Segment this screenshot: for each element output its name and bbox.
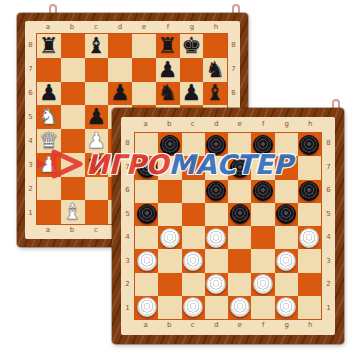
checker-black-man-a7[interactable] [137,158,157,178]
checkers-square-a6[interactable] [135,180,158,203]
chess-square-a2[interactable] [37,177,61,201]
checkers-file-labels-top: abcdefgh [134,119,322,130]
chess-piece-black-knight-h7[interactable]: ♞ [205,59,225,81]
checkers-square-e4[interactable] [228,226,251,249]
checkers-square-e8[interactable] [228,133,251,156]
checkers-square-d7[interactable] [205,156,228,179]
chess-piece-black-pawn-a6[interactable]: ♟ [39,82,59,104]
rank-label: 7 [323,156,334,180]
checker-black-man-e7[interactable] [230,158,250,178]
checkers-square-g1[interactable] [275,296,298,319]
checker-black-man-f6[interactable] [253,181,273,201]
chess-square-h7[interactable]: ♞ [203,58,227,82]
checkers-grid [134,132,322,320]
chess-square-c6[interactable] [85,82,109,106]
file-label: f [252,121,276,128]
rank-label: 7 [229,57,238,81]
checkers-square-h6[interactable] [298,180,321,203]
chess-square-e8[interactable] [132,34,156,58]
checkers-square-e3[interactable] [228,249,251,272]
file-label: c [181,121,205,128]
checkers-square-g8[interactable] [275,133,298,156]
checkers-square-f3[interactable] [251,249,274,272]
checkers-square-a3[interactable] [135,249,158,272]
checkers-square-f7[interactable] [251,156,274,179]
chess-piece-black-knight-f6[interactable]: ♞ [158,82,178,104]
checkers-square-f5[interactable] [251,203,274,226]
checker-black-man-b8[interactable] [160,135,180,155]
checker-white-man-b4[interactable] [160,228,180,248]
checkers-square-f8[interactable] [251,133,274,156]
chess-square-d8[interactable] [108,34,132,58]
checkers-rank-labels-left: 87654321 [122,132,133,320]
checkers-square-h3[interactable] [298,249,321,272]
checkers-hanging-hook-icon [332,99,340,108]
file-label: g [275,121,299,128]
checkers-square-h2[interactable] [298,273,321,296]
rank-label: 3 [323,250,334,274]
checker-white-man-a1[interactable] [137,297,157,317]
file-label: f [156,24,180,31]
checkers-square-b6[interactable] [158,180,181,203]
checkers-square-d4[interactable] [205,226,228,249]
file-label: a [134,121,158,128]
rank-label: 6 [26,81,35,105]
rank-label: 6 [323,179,334,203]
rank-label: 1 [122,297,133,321]
checkers-square-d3[interactable] [205,249,228,272]
file-label: g [275,322,299,332]
file-label: a [134,322,158,332]
rank-label: 1 [323,297,334,321]
checker-black-man-d8[interactable] [206,135,226,155]
rank-label: 8 [26,33,35,57]
file-label: b [60,24,84,31]
checkers-square-h1[interactable] [298,296,321,319]
chess-square-a3[interactable]: ♟ [37,153,61,177]
checkers-square-d1[interactable] [205,296,228,319]
file-label: a [36,227,60,237]
rank-label: 2 [122,273,133,297]
chess-square-h6[interactable]: ♝ [203,82,227,106]
rank-label: 8 [229,33,238,57]
chess-square-f7[interactable]: ♟ [156,58,180,82]
chess-square-c2[interactable] [85,177,109,201]
chess-piece-black-rook-f8[interactable]: ♜ [158,35,178,57]
file-label: b [60,227,84,237]
rank-label: 4 [323,226,334,250]
chess-square-f8[interactable]: ♜ [156,34,180,58]
checkers-square-c7[interactable] [182,156,205,179]
checker-white-man-d4[interactable] [206,228,226,248]
checkers-square-e5[interactable] [228,203,251,226]
file-label: d [108,24,132,31]
file-label: a [36,24,60,31]
rank-label: 7 [26,57,35,81]
checkers-rank-labels-right: 87654321 [323,132,334,320]
chess-square-a5[interactable]: ♞ [37,105,61,129]
checker-black-man-h6[interactable] [299,181,319,201]
chess-square-b8[interactable] [61,34,85,58]
rank-label: 2 [323,273,334,297]
checkers-square-d5[interactable] [205,203,228,226]
checker-white-man-d2[interactable] [206,274,226,294]
chess-piece-black-king-g8[interactable]: ♚ [182,35,202,57]
checker-white-man-c3[interactable] [183,251,203,271]
checkers-square-c8[interactable] [182,133,205,156]
rank-label: 3 [26,153,35,177]
chess-square-a8[interactable]: ♜ [37,34,61,58]
file-label: b [158,121,182,128]
chess-piece-black-pawn-d6[interactable]: ♟ [110,82,130,104]
checkers-square-f4[interactable] [251,226,274,249]
rank-label: 4 [26,129,35,153]
chess-square-c3[interactable]: ♛ [85,153,109,177]
checkers-square-g6[interactable] [275,180,298,203]
checkers-square-h4[interactable] [298,226,321,249]
checkers-square-b8[interactable] [158,133,181,156]
chess-square-b7[interactable] [61,58,85,82]
rank-label: 1 [26,201,35,225]
chess-square-a6[interactable]: ♟ [37,82,61,106]
checker-white-man-a3[interactable] [137,251,157,271]
chess-square-a1[interactable] [37,200,61,224]
file-label: b [158,322,182,332]
checkers-square-f1[interactable] [251,296,274,319]
chess-square-c4[interactable]: ♟ [85,129,109,153]
chess-square-e7[interactable] [132,58,156,82]
rank-label: 4 [122,226,133,250]
chess-hanging-hook-right-icon [232,4,240,13]
checkers-square-c3[interactable] [182,249,205,272]
file-label: e [228,322,252,332]
checker-black-man-a5[interactable] [137,204,157,224]
checkers-square-d2[interactable] [205,273,228,296]
chess-piece-black-bishop-c8[interactable]: ♝ [87,35,107,57]
file-label: h [204,24,228,31]
checkers-square-g7[interactable] [275,156,298,179]
checkers-square-b1[interactable] [158,296,181,319]
checkers-square-c4[interactable] [182,226,205,249]
chess-piece-white-bishop-b1[interactable]: ♝ [63,201,83,223]
checkers-square-f2[interactable] [251,273,274,296]
checkers-square-g3[interactable] [275,249,298,272]
rank-label: 6 [122,179,133,203]
product-photo-demo-boards: ♜♝♜♚♟♞♟♟♞♟♝♞♟♛♟♟♛♝abcdefghabcdefgh876543… [0,0,350,350]
chess-square-b3[interactable] [61,153,85,177]
chess-square-c8[interactable]: ♝ [85,34,109,58]
file-label: c [84,227,108,237]
chess-square-c5[interactable]: ♟ [85,105,109,129]
file-label: c [84,24,108,31]
checker-white-man-h4[interactable] [299,228,319,248]
rank-label: 2 [26,177,35,201]
file-label: c [181,322,205,332]
checkers-square-e7[interactable] [228,156,251,179]
file-label: h [299,121,323,128]
chess-file-labels-top: abcdefgh [36,23,228,31]
file-label: g [180,24,204,31]
chess-square-f6[interactable]: ♞ [156,82,180,106]
chess-square-d7[interactable] [108,58,132,82]
checkers-square-h8[interactable] [298,133,321,156]
checkers-square-c1[interactable] [182,296,205,319]
chess-piece-black-pawn-f7[interactable]: ♟ [158,59,178,81]
rank-label: 6 [229,81,238,105]
checker-white-man-e1[interactable] [230,297,250,317]
checkers-board-margin: abcdefghabcdefgh8765432187654321 [121,117,335,335]
chess-piece-white-queen-a4[interactable]: ♛ [39,130,59,152]
chess-piece-white-pawn-a3[interactable]: ♟ [39,154,59,176]
chess-square-c1[interactable] [85,200,109,224]
checkers-square-e6[interactable] [228,180,251,203]
checkers-square-a8[interactable] [135,133,158,156]
chess-square-d6[interactable]: ♟ [108,82,132,106]
chess-piece-black-queen-c3[interactable]: ♛ [87,154,107,176]
checkers-square-g4[interactable] [275,226,298,249]
checkers-square-a5[interactable] [135,203,158,226]
checkers-square-d6[interactable] [205,180,228,203]
checker-black-man-d6[interactable] [206,181,226,201]
rank-label: 7 [122,156,133,180]
chess-square-b6[interactable] [61,82,85,106]
checker-black-man-h8[interactable] [299,135,319,155]
file-label: e [132,24,156,31]
rank-label: 8 [323,132,334,156]
checker-white-man-g1[interactable] [276,297,296,317]
chess-square-b2[interactable] [61,177,85,201]
checkers-square-c6[interactable] [182,180,205,203]
chess-piece-white-knight-a5[interactable]: ♞ [39,106,59,128]
checkers-square-b5[interactable] [158,203,181,226]
chess-piece-black-rook-a8[interactable]: ♜ [39,35,59,57]
checkers-square-b2[interactable] [158,273,181,296]
chess-square-g8[interactable]: ♚ [180,34,204,58]
checkers-square-g5[interactable] [275,203,298,226]
chess-hanging-hook-left-icon [49,4,57,13]
checker-black-man-e5[interactable] [230,204,250,224]
checkers-square-a4[interactable] [135,226,158,249]
checkers-square-a1[interactable] [135,296,158,319]
checkers-square-h5[interactable] [298,203,321,226]
chess-rank-labels-left: 87654321 [26,33,35,225]
rank-label: 3 [122,250,133,274]
chess-square-c7[interactable] [85,58,109,82]
chess-square-b5[interactable] [61,105,85,129]
rank-label: 5 [26,105,35,129]
file-label: f [252,322,276,332]
chess-square-b4[interactable] [61,129,85,153]
chess-square-a4[interactable]: ♛ [37,129,61,153]
checker-white-man-g3[interactable] [276,251,296,271]
file-label: h [299,322,323,332]
chess-square-a7[interactable] [37,58,61,82]
checkers-board: abcdefghabcdefgh8765432187654321 [112,108,344,344]
chess-square-e6[interactable] [132,82,156,106]
chess-square-g6[interactable]: ♟ [180,82,204,106]
file-label: e [228,121,252,128]
checker-black-man-g5[interactable] [276,204,296,224]
chess-piece-black-bishop-h6[interactable]: ♝ [205,82,225,104]
rank-label: 5 [122,203,133,227]
checker-white-man-c1[interactable] [183,297,203,317]
checkers-square-g2[interactable] [275,273,298,296]
checkers-square-h7[interactable] [298,156,321,179]
file-label: d [205,322,229,332]
checkers-square-a7[interactable] [135,156,158,179]
checkers-square-e2[interactable] [228,273,251,296]
rank-label: 5 [323,203,334,227]
checkers-square-a2[interactable] [135,273,158,296]
rank-label: 8 [122,132,133,156]
checkers-square-b3[interactable] [158,249,181,272]
checkers-square-e1[interactable] [228,296,251,319]
checkers-square-b7[interactable] [158,156,181,179]
chess-piece-black-pawn-c5[interactable]: ♟ [87,106,107,128]
checkers-square-f6[interactable] [251,180,274,203]
checkers-square-c5[interactable] [182,203,205,226]
checker-black-man-f8[interactable] [253,135,273,155]
checkers-square-b4[interactable] [158,226,181,249]
chess-square-g7[interactable] [180,58,204,82]
chess-square-b1[interactable]: ♝ [61,200,85,224]
chess-square-h8[interactable] [203,34,227,58]
checkers-square-d8[interactable] [205,133,228,156]
chess-piece-black-pawn-g6[interactable]: ♟ [182,82,202,104]
checker-white-man-f2[interactable] [253,274,273,294]
file-label: d [205,121,229,128]
checkers-file-labels-bottom: abcdefgh [134,322,322,332]
checkers-square-c2[interactable] [182,273,205,296]
chess-piece-white-pawn-c4[interactable]: ♟ [87,130,107,152]
